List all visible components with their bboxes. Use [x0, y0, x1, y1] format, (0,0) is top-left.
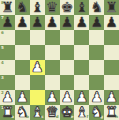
square-b8[interactable]: ♞: [15, 0, 30, 15]
white-pawn-icon[interactable]: ♟: [16, 90, 29, 105]
square-h4[interactable]: [104, 60, 119, 75]
square-g7[interactable]: ♟: [89, 15, 104, 30]
square-a3[interactable]: 3: [0, 75, 15, 90]
white-rook-icon[interactable]: ♜: [1, 105, 14, 120]
square-c2[interactable]: [30, 90, 45, 105]
square-g2[interactable]: ♟: [89, 90, 104, 105]
rank-label-6: 6: [1, 31, 4, 35]
black-queen-icon[interactable]: ♛: [46, 0, 59, 15]
square-h3[interactable]: [104, 75, 119, 90]
black-pawn-icon[interactable]: ♟: [61, 15, 74, 30]
white-queen-icon[interactable]: ♛: [46, 105, 59, 120]
square-c7[interactable]: ♟: [30, 15, 45, 30]
square-c3[interactable]: [30, 75, 45, 90]
black-pawn-icon[interactable]: ♟: [90, 15, 103, 30]
square-h2[interactable]: ♟: [104, 90, 119, 105]
black-bishop-icon[interactable]: ♝: [76, 0, 89, 15]
square-f5[interactable]: [74, 45, 89, 60]
square-e1[interactable]: e♚: [60, 105, 75, 120]
square-g5[interactable]: [89, 45, 104, 60]
square-d5[interactable]: [45, 45, 60, 60]
white-knight-icon[interactable]: ♞: [16, 105, 29, 120]
square-f4[interactable]: [74, 60, 89, 75]
black-pawn-icon[interactable]: ♟: [76, 15, 89, 30]
white-knight-icon[interactable]: ♞: [90, 105, 103, 120]
square-f1[interactable]: f♝: [74, 105, 89, 120]
square-b2[interactable]: ♟: [15, 90, 30, 105]
square-e7[interactable]: ♟: [60, 15, 75, 30]
black-pawn-icon[interactable]: ♟: [1, 15, 14, 30]
black-knight-icon[interactable]: ♞: [90, 0, 103, 15]
square-c4[interactable]: ♟: [30, 60, 45, 75]
square-g8[interactable]: ♞: [89, 0, 104, 15]
square-b3[interactable]: [15, 75, 30, 90]
square-g3[interactable]: [89, 75, 104, 90]
rank-label-4: 4: [1, 61, 4, 65]
square-a6[interactable]: 6: [0, 30, 15, 45]
square-e8[interactable]: ♚: [60, 0, 75, 15]
square-f8[interactable]: ♝: [74, 0, 89, 15]
white-pawn-icon[interactable]: ♟: [105, 90, 118, 105]
white-king-icon[interactable]: ♚: [61, 105, 74, 120]
square-h5[interactable]: [104, 45, 119, 60]
square-e4[interactable]: [60, 60, 75, 75]
square-h1[interactable]: h♜: [104, 105, 119, 120]
square-d4[interactable]: [45, 60, 60, 75]
white-pawn-icon[interactable]: ♟: [31, 60, 44, 75]
white-pawn-icon[interactable]: ♟: [76, 90, 89, 105]
square-b5[interactable]: [15, 45, 30, 60]
white-bishop-icon[interactable]: ♝: [31, 105, 44, 120]
square-h7[interactable]: ♟: [104, 15, 119, 30]
square-d1[interactable]: d♛: [45, 105, 60, 120]
square-d7[interactable]: ♟: [45, 15, 60, 30]
square-d2[interactable]: ♟: [45, 90, 60, 105]
black-pawn-icon[interactable]: ♟: [16, 15, 29, 30]
black-pawn-icon[interactable]: ♟: [46, 15, 59, 30]
square-c1[interactable]: c♝: [30, 105, 45, 120]
square-g4[interactable]: [89, 60, 104, 75]
square-e3[interactable]: [60, 75, 75, 90]
square-a4[interactable]: 4: [0, 60, 15, 75]
square-f3[interactable]: [74, 75, 89, 90]
square-d6[interactable]: [45, 30, 60, 45]
black-knight-icon[interactable]: ♞: [16, 0, 29, 15]
square-f2[interactable]: ♟: [74, 90, 89, 105]
rank-label-3: 3: [1, 76, 4, 80]
square-d3[interactable]: [45, 75, 60, 90]
square-f6[interactable]: [74, 30, 89, 45]
square-c8[interactable]: ♝: [30, 0, 45, 15]
square-d8[interactable]: ♛: [45, 0, 60, 15]
square-b6[interactable]: [15, 30, 30, 45]
white-pawn-icon[interactable]: ♟: [90, 90, 103, 105]
white-pawn-icon[interactable]: ♟: [46, 90, 59, 105]
black-rook-icon[interactable]: ♜: [1, 0, 14, 15]
black-rook-icon[interactable]: ♜: [105, 0, 118, 15]
square-e5[interactable]: [60, 45, 75, 60]
square-f7[interactable]: ♟: [74, 15, 89, 30]
square-e2[interactable]: ♟: [60, 90, 75, 105]
square-b1[interactable]: b♞: [15, 105, 30, 120]
square-a8[interactable]: 8♜: [0, 0, 15, 15]
square-b4[interactable]: [15, 60, 30, 75]
square-b7[interactable]: ♟: [15, 15, 30, 30]
black-bishop-icon[interactable]: ♝: [31, 0, 44, 15]
square-a5[interactable]: 5: [0, 45, 15, 60]
square-a1[interactable]: 1a♜: [0, 105, 15, 120]
square-a7[interactable]: 7♟: [0, 15, 15, 30]
square-g6[interactable]: [89, 30, 104, 45]
square-c5[interactable]: [30, 45, 45, 60]
black-pawn-icon[interactable]: ♟: [105, 15, 118, 30]
square-e6[interactable]: [60, 30, 75, 45]
square-a2[interactable]: 2♟: [0, 90, 15, 105]
black-pawn-icon[interactable]: ♟: [31, 15, 44, 30]
rank-label-5: 5: [1, 46, 4, 50]
white-rook-icon[interactable]: ♜: [105, 105, 118, 120]
square-h8[interactable]: ♜: [104, 0, 119, 15]
white-bishop-icon[interactable]: ♝: [76, 105, 89, 120]
chess-board: 8♜♞♝♛♚♝♞♜7♟♟♟♟♟♟♟♟654♟32♟♟♟♟♟♟♟1a♜b♞c♝d♛…: [0, 0, 119, 120]
white-pawn-icon[interactable]: ♟: [1, 90, 14, 105]
square-h6[interactable]: [104, 30, 119, 45]
black-king-icon[interactable]: ♚: [61, 0, 74, 15]
white-pawn-icon[interactable]: ♟: [61, 90, 74, 105]
square-c6[interactable]: [30, 30, 45, 45]
square-g1[interactable]: g♞: [89, 105, 104, 120]
